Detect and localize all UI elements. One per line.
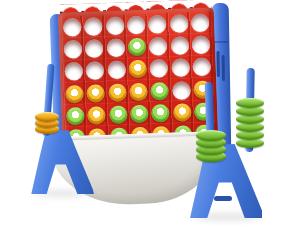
green-disc xyxy=(151,81,170,100)
upright-seam xyxy=(213,41,228,43)
cell-r4-c1[interactable] xyxy=(63,82,85,105)
cell-r2-c7[interactable] xyxy=(190,34,212,57)
orange-disc xyxy=(87,106,106,125)
cell-r5-c3[interactable] xyxy=(107,103,129,126)
empty-hole xyxy=(193,58,212,77)
green-ring-stack-inner xyxy=(196,128,226,162)
empty-hole xyxy=(172,81,191,100)
orange-disc xyxy=(86,84,105,103)
connect-four-board xyxy=(57,0,218,153)
cell-r3-c7[interactable] xyxy=(191,56,213,79)
cell-r4-c2[interactable] xyxy=(85,82,107,105)
orange-ring-stack xyxy=(33,110,61,134)
empty-hole xyxy=(107,61,126,80)
empty-hole xyxy=(63,40,82,59)
cell-r5-c5[interactable] xyxy=(150,102,172,125)
empty-hole xyxy=(85,39,104,58)
cell-r4-c4[interactable] xyxy=(127,80,149,103)
cell-r5-c4[interactable] xyxy=(128,102,150,125)
green-ring-stack-outer xyxy=(234,96,266,148)
empty-hole xyxy=(170,14,189,33)
cell-r2-c5[interactable] xyxy=(147,35,169,58)
orange-disc xyxy=(65,84,84,103)
empty-hole xyxy=(64,62,83,81)
cell-r1-c7[interactable] xyxy=(189,11,211,34)
cell-r2-c6[interactable] xyxy=(169,34,191,57)
orange-disc xyxy=(129,82,148,101)
empty-hole xyxy=(127,16,146,35)
green-disc xyxy=(130,104,149,123)
orange-disc xyxy=(108,83,127,102)
orange-ring xyxy=(35,112,59,122)
giant-connect-four-scene xyxy=(0,0,300,225)
board-grid xyxy=(61,11,216,149)
empty-hole xyxy=(192,36,211,55)
cell-r1-c5[interactable] xyxy=(147,13,169,36)
cell-r2-c2[interactable] xyxy=(83,37,105,60)
green-disc xyxy=(128,38,147,57)
cell-r2-c1[interactable] xyxy=(62,38,84,61)
empty-hole xyxy=(149,37,168,56)
empty-hole xyxy=(148,15,167,34)
empty-hole xyxy=(63,18,82,37)
empty-hole xyxy=(106,39,125,58)
orange-disc xyxy=(128,60,147,79)
cell-r3-c1[interactable] xyxy=(62,60,84,83)
cell-r5-c6[interactable] xyxy=(171,101,193,124)
green-disc xyxy=(66,107,85,126)
empty-hole xyxy=(86,62,105,81)
green-disc xyxy=(151,104,170,123)
cell-r4-c5[interactable] xyxy=(149,79,171,102)
cell-r5-c2[interactable] xyxy=(85,104,107,127)
cell-r1-c6[interactable] xyxy=(168,12,190,35)
cell-r1-c4[interactable] xyxy=(125,14,147,37)
cell-r4-c3[interactable] xyxy=(106,81,128,104)
cell-r1-c1[interactable] xyxy=(61,16,83,39)
empty-hole xyxy=(150,59,169,78)
upright-groove xyxy=(222,55,225,81)
cell-r5-c1[interactable] xyxy=(64,105,86,128)
cell-r1-c3[interactable] xyxy=(104,14,126,37)
orange-disc xyxy=(173,103,192,122)
cell-r3-c4[interactable] xyxy=(127,58,149,81)
cell-r2-c3[interactable] xyxy=(104,37,126,60)
cell-r3-c3[interactable] xyxy=(105,59,127,82)
green-ring xyxy=(236,98,264,108)
empty-hole xyxy=(105,17,124,36)
cell-r3-c2[interactable] xyxy=(84,59,106,82)
cell-r3-c6[interactable] xyxy=(170,56,192,79)
cell-r3-c5[interactable] xyxy=(148,57,170,80)
empty-hole xyxy=(191,14,210,33)
green-ring xyxy=(196,130,226,141)
cell-r2-c4[interactable] xyxy=(126,36,148,59)
upright-groove xyxy=(217,51,220,77)
right-leg-slot xyxy=(214,196,232,201)
green-disc xyxy=(109,105,128,124)
empty-hole xyxy=(171,36,190,55)
cell-r4-c6[interactable] xyxy=(170,79,192,102)
empty-hole xyxy=(171,59,190,78)
empty-hole xyxy=(84,17,103,36)
cell-r1-c2[interactable] xyxy=(82,15,104,38)
